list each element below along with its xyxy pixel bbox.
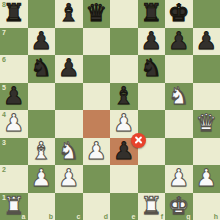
- square-e2[interactable]: [110, 165, 138, 193]
- rank-label-4: 4: [2, 111, 6, 118]
- square-h3[interactable]: [193, 138, 221, 166]
- square-e1[interactable]: e: [110, 193, 138, 221]
- square-d8[interactable]: ♛: [83, 0, 111, 28]
- piece-white-pawn[interactable]: ♟: [85, 138, 107, 166]
- piece-black-king[interactable]: ♚: [168, 0, 190, 28]
- square-g7[interactable]: ♟: [165, 28, 193, 56]
- piece-white-pawn[interactable]: ♟: [195, 165, 217, 193]
- square-h6[interactable]: [193, 55, 221, 83]
- square-d3[interactable]: ♟: [83, 138, 111, 166]
- file-label-c: c: [77, 213, 81, 220]
- square-f5[interactable]: [138, 83, 166, 111]
- piece-white-pawn[interactable]: ♟: [113, 110, 135, 138]
- square-e7[interactable]: [110, 28, 138, 56]
- piece-white-pawn[interactable]: ♟: [168, 165, 190, 193]
- square-h7[interactable]: ♟: [193, 28, 221, 56]
- piece-white-pawn[interactable]: ♟: [3, 110, 25, 138]
- square-f1[interactable]: f♜: [138, 193, 166, 221]
- rank-label-8: 8: [2, 1, 6, 8]
- piece-black-pawn[interactable]: ♟: [3, 83, 25, 111]
- square-a7[interactable]: 7: [0, 28, 28, 56]
- square-b3[interactable]: ♝: [28, 138, 56, 166]
- file-label-f: f: [161, 213, 163, 220]
- square-f7[interactable]: ♟: [138, 28, 166, 56]
- square-b2[interactable]: ♟: [28, 165, 56, 193]
- miss-badge: [131, 133, 146, 148]
- square-a1[interactable]: 1a♜: [0, 193, 28, 221]
- rank-label-7: 7: [2, 29, 6, 36]
- piece-black-bishop[interactable]: ♝: [113, 83, 135, 111]
- rank-label-3: 3: [2, 139, 6, 146]
- square-h1[interactable]: h: [193, 193, 221, 221]
- file-label-h: h: [214, 213, 218, 220]
- file-label-d: d: [104, 213, 108, 220]
- rank-label-2: 2: [2, 166, 6, 173]
- piece-black-pawn[interactable]: ♟: [58, 55, 80, 83]
- piece-black-pawn[interactable]: ♟: [195, 28, 217, 56]
- square-a6[interactable]: 6: [0, 55, 28, 83]
- square-c8[interactable]: ♝: [55, 0, 83, 28]
- square-c3[interactable]: ♞: [55, 138, 83, 166]
- square-f8[interactable]: ♜: [138, 0, 166, 28]
- piece-black-pawn[interactable]: ♟: [168, 28, 190, 56]
- file-label-a: a: [22, 213, 26, 220]
- piece-black-pawn[interactable]: ♟: [140, 28, 162, 56]
- square-c5[interactable]: [55, 83, 83, 111]
- file-label-b: b: [49, 213, 53, 220]
- piece-black-rook[interactable]: ♜: [3, 0, 25, 28]
- piece-black-rook[interactable]: ♜: [140, 0, 162, 28]
- piece-black-queen[interactable]: ♛: [85, 0, 107, 28]
- piece-white-knight[interactable]: ♞: [58, 138, 80, 166]
- file-label-g: g: [186, 213, 190, 220]
- square-a4[interactable]: 4♟: [0, 110, 28, 138]
- piece-black-pawn[interactable]: ♟: [30, 28, 52, 56]
- square-d6[interactable]: [83, 55, 111, 83]
- square-d5[interactable]: [83, 83, 111, 111]
- piece-black-knight[interactable]: ♞: [30, 55, 52, 83]
- rank-label-5: 5: [2, 84, 6, 91]
- rank-label-6: 6: [2, 56, 6, 63]
- square-g5[interactable]: ♞: [165, 83, 193, 111]
- square-b4[interactable]: [28, 110, 56, 138]
- chess-board: 8♜♝♛♜♚7♟♟♟♟6♞♟♞5♟♝♞4♟♟♛3♝♞♟♟2♟♟♟♟1a♜bcde…: [0, 0, 220, 220]
- square-a8[interactable]: 8♜: [0, 0, 28, 28]
- piece-black-knight[interactable]: ♞: [140, 55, 162, 83]
- piece-white-bishop[interactable]: ♝: [30, 138, 52, 166]
- square-f6[interactable]: ♞: [138, 55, 166, 83]
- square-g3[interactable]: [165, 138, 193, 166]
- square-g1[interactable]: g♚: [165, 193, 193, 221]
- square-d7[interactable]: [83, 28, 111, 56]
- piece-white-pawn[interactable]: ♟: [58, 165, 80, 193]
- piece-white-rook[interactable]: ♜: [140, 193, 162, 221]
- square-c2[interactable]: ♟: [55, 165, 83, 193]
- square-e6[interactable]: [110, 55, 138, 83]
- square-h8[interactable]: [193, 0, 221, 28]
- square-a5[interactable]: 5♟: [0, 83, 28, 111]
- file-label-e: e: [132, 213, 136, 220]
- square-d4[interactable]: [83, 110, 111, 138]
- square-b1[interactable]: b: [28, 193, 56, 221]
- piece-white-queen[interactable]: ♛: [195, 110, 217, 138]
- square-g4[interactable]: [165, 110, 193, 138]
- square-h2[interactable]: ♟: [193, 165, 221, 193]
- square-c1[interactable]: c: [55, 193, 83, 221]
- square-d1[interactable]: d: [83, 193, 111, 221]
- square-f2[interactable]: [138, 165, 166, 193]
- square-d2[interactable]: [83, 165, 111, 193]
- square-a2[interactable]: 2: [0, 165, 28, 193]
- square-g8[interactable]: ♚: [165, 0, 193, 28]
- piece-black-bishop[interactable]: ♝: [58, 0, 80, 28]
- square-b8[interactable]: [28, 0, 56, 28]
- square-h4[interactable]: ♛: [193, 110, 221, 138]
- square-g6[interactable]: [165, 55, 193, 83]
- square-a3[interactable]: 3: [0, 138, 28, 166]
- piece-white-pawn[interactable]: ♟: [30, 165, 52, 193]
- piece-white-knight[interactable]: ♞: [168, 83, 190, 111]
- square-b7[interactable]: ♟: [28, 28, 56, 56]
- square-b6[interactable]: ♞: [28, 55, 56, 83]
- square-e5[interactable]: ♝: [110, 83, 138, 111]
- square-h5[interactable]: [193, 83, 221, 111]
- square-e8[interactable]: [110, 0, 138, 28]
- square-g2[interactable]: ♟: [165, 165, 193, 193]
- square-c6[interactable]: ♟: [55, 55, 83, 83]
- square-b5[interactable]: [28, 83, 56, 111]
- square-c7[interactable]: [55, 28, 83, 56]
- square-c4[interactable]: [55, 110, 83, 138]
- rank-label-1: 1: [2, 194, 6, 201]
